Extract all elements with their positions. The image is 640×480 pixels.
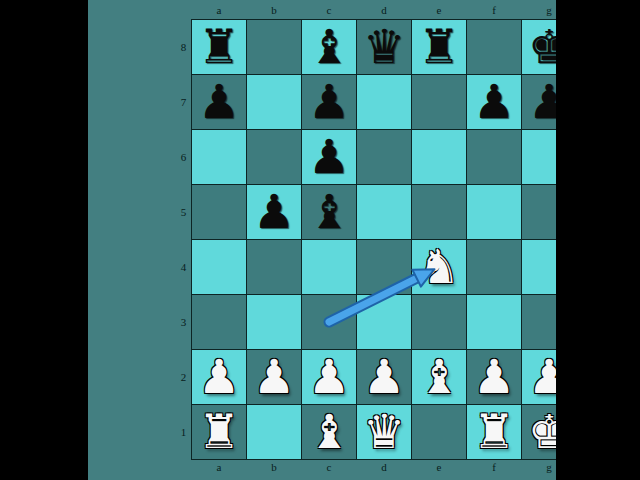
square-b3[interactable]: [247, 295, 301, 349]
video-frame: ♜♝♛♜♚♟♟♟♟♟♟♟♝♞♟♟♟♟♝♟♟♟♜♝♛♜♚ aabbccddeeff…: [0, 0, 640, 480]
square-b4[interactable]: [247, 240, 301, 294]
square-f6[interactable]: [467, 130, 521, 184]
piece-white-queen: ♛: [363, 405, 405, 459]
rank-label-left-3: 3: [177, 295, 190, 349]
square-b6[interactable]: [247, 130, 301, 184]
square-b5[interactable]: ♟: [247, 185, 301, 239]
piece-black-pawn: ♟: [473, 75, 515, 129]
file-label-top-f: f: [467, 3, 521, 17]
file-label-bottom-d: d: [357, 460, 411, 474]
square-d2[interactable]: ♟: [357, 350, 411, 404]
piece-black-bishop: ♝: [308, 20, 350, 74]
square-e6[interactable]: [412, 130, 466, 184]
piece-black-pawn: ♟: [308, 75, 350, 129]
rank-label-left-7: 7: [177, 75, 190, 129]
piece-black-queen: ♛: [363, 20, 405, 74]
square-f8[interactable]: [467, 20, 521, 74]
square-e4[interactable]: ♞: [412, 240, 466, 294]
file-label-bottom-c: c: [302, 460, 356, 474]
board-panel: ♜♝♛♜♚♟♟♟♟♟♟♟♝♞♟♟♟♟♝♟♟♟♜♝♛♜♚ aabbccddeeff…: [88, 0, 556, 480]
file-label-top-d: d: [357, 3, 411, 17]
square-c7[interactable]: ♟: [302, 75, 356, 129]
square-f4[interactable]: [467, 240, 521, 294]
piece-white-bishop: ♝: [308, 405, 350, 459]
square-d8[interactable]: ♛: [357, 20, 411, 74]
piece-white-pawn: ♟: [308, 350, 350, 404]
file-label-top-e: e: [412, 3, 466, 17]
square-b1[interactable]: [247, 405, 301, 459]
square-a4[interactable]: [192, 240, 246, 294]
square-e2[interactable]: ♝: [412, 350, 466, 404]
file-label-bottom-e: e: [412, 460, 466, 474]
square-c8[interactable]: ♝: [302, 20, 356, 74]
square-d6[interactable]: [357, 130, 411, 184]
square-f7[interactable]: ♟: [467, 75, 521, 129]
square-e1[interactable]: [412, 405, 466, 459]
square-a2[interactable]: ♟: [192, 350, 246, 404]
square-e5[interactable]: [412, 185, 466, 239]
square-c5[interactable]: ♝: [302, 185, 356, 239]
square-c6[interactable]: ♟: [302, 130, 356, 184]
file-label-top-a: a: [192, 3, 246, 17]
letterbox-right: [556, 0, 640, 480]
piece-black-pawn: ♟: [308, 130, 350, 184]
file-label-top-c: c: [302, 3, 356, 17]
square-b7[interactable]: [247, 75, 301, 129]
file-label-bottom-a: a: [192, 460, 246, 474]
square-a3[interactable]: [192, 295, 246, 349]
square-f2[interactable]: ♟: [467, 350, 521, 404]
square-d7[interactable]: [357, 75, 411, 129]
square-a8[interactable]: ♜: [192, 20, 246, 74]
rank-label-left-5: 5: [177, 185, 190, 239]
square-c4[interactable]: [302, 240, 356, 294]
square-e3[interactable]: [412, 295, 466, 349]
piece-black-pawn: ♟: [198, 75, 240, 129]
piece-white-rook: ♜: [198, 405, 240, 459]
rank-label-left-8: 8: [177, 20, 190, 74]
piece-white-rook: ♜: [473, 405, 515, 459]
letterbox-left: [0, 0, 88, 480]
square-c2[interactable]: ♟: [302, 350, 356, 404]
square-e7[interactable]: [412, 75, 466, 129]
square-c1[interactable]: ♝: [302, 405, 356, 459]
square-d4[interactable]: [357, 240, 411, 294]
square-b8[interactable]: [247, 20, 301, 74]
square-b2[interactable]: ♟: [247, 350, 301, 404]
piece-black-rook: ♜: [198, 20, 240, 74]
rank-label-left-6: 6: [177, 130, 190, 184]
piece-black-pawn: ♟: [253, 185, 295, 239]
square-d3[interactable]: [357, 295, 411, 349]
piece-white-pawn: ♟: [253, 350, 295, 404]
square-a1[interactable]: ♜: [192, 405, 246, 459]
square-c3[interactable]: [302, 295, 356, 349]
square-a7[interactable]: ♟: [192, 75, 246, 129]
square-d5[interactable]: [357, 185, 411, 239]
rank-label-left-4: 4: [177, 240, 190, 294]
file-label-top-b: b: [247, 3, 301, 17]
piece-white-knight: ♞: [418, 240, 460, 294]
square-f3[interactable]: [467, 295, 521, 349]
square-a5[interactable]: [192, 185, 246, 239]
file-label-bottom-b: b: [247, 460, 301, 474]
piece-white-pawn: ♟: [198, 350, 240, 404]
rank-label-left-2: 2: [177, 350, 190, 404]
square-e8[interactable]: ♜: [412, 20, 466, 74]
file-label-bottom-f: f: [467, 460, 521, 474]
piece-white-pawn: ♟: [473, 350, 515, 404]
rank-label-left-1: 1: [177, 405, 190, 459]
piece-white-bishop: ♝: [418, 350, 460, 404]
square-a6[interactable]: [192, 130, 246, 184]
piece-white-pawn: ♟: [363, 350, 405, 404]
square-d1[interactable]: ♛: [357, 405, 411, 459]
piece-black-bishop: ♝: [308, 185, 350, 239]
piece-black-rook: ♜: [418, 20, 460, 74]
square-f5[interactable]: [467, 185, 521, 239]
square-f1[interactable]: ♜: [467, 405, 521, 459]
